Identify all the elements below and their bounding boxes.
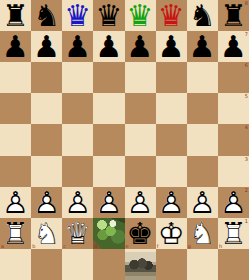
square-a2[interactable]: ♟: [0, 187, 31, 218]
square-e8[interactable]: ♛: [125, 0, 156, 31]
piece-white-queen: ♛: [62, 218, 93, 249]
piece-blue-queen: ♛: [62, 0, 93, 31]
square-c7[interactable]: ♟: [62, 31, 93, 62]
piece-black-pawn: ♟: [156, 31, 187, 62]
square-f2[interactable]: ♟: [156, 187, 187, 218]
rank-label-6: 6: [245, 63, 248, 68]
square-g7[interactable]: ♟: [187, 31, 218, 62]
square-g8[interactable]: ♞: [187, 0, 218, 31]
chess-board: ♜♞♛♛♛♛♞♜8♟♟♟♟♟♟♟♟76543♟♟♟♟♟♟♟♟2♜a♞b♛cd♚e…: [0, 0, 249, 280]
square-a5[interactable]: [0, 93, 31, 124]
square-e5[interactable]: [125, 93, 156, 124]
square-f1[interactable]: ♚f: [156, 218, 187, 249]
piece-black-pawn: ♟: [0, 31, 31, 62]
square-g1[interactable]: ♞g: [187, 218, 218, 249]
square-b3[interactable]: [31, 156, 62, 187]
piece-white-pawn: ♟: [31, 187, 62, 218]
square-d4[interactable]: [93, 124, 124, 155]
piece-black-pawn: ♟: [125, 31, 156, 62]
square-e7[interactable]: ♟: [125, 31, 156, 62]
square-h4[interactable]: 4: [218, 124, 249, 155]
file-label-f: f: [157, 244, 159, 249]
file-label-g: g: [188, 244, 191, 249]
rank-label-3: 3: [245, 157, 248, 162]
foliage-photo: [93, 218, 124, 249]
square-g2[interactable]: ♟: [187, 187, 218, 218]
piece-black-rook: ♜: [0, 0, 31, 31]
square-c1[interactable]: ♛c: [62, 218, 93, 249]
square-c6[interactable]: [62, 62, 93, 93]
square-d7[interactable]: ♟: [93, 31, 124, 62]
square-c2[interactable]: ♟: [62, 187, 93, 218]
square-e6[interactable]: [125, 62, 156, 93]
rank-label-7: 7: [245, 32, 248, 37]
piece-white-pawn: ♟: [93, 187, 124, 218]
piece-red-queen: ♛: [156, 0, 187, 31]
square-a7[interactable]: ♟: [0, 31, 31, 62]
below-board-d[interactable]: [93, 249, 124, 280]
square-b5[interactable]: [31, 93, 62, 124]
piece-black-king: ♚: [125, 218, 156, 249]
square-h1[interactable]: ♜h1: [218, 218, 249, 249]
below-board-e[interactable]: [125, 249, 156, 280]
square-b2[interactable]: ♟: [31, 187, 62, 218]
below-board-c[interactable]: [62, 249, 93, 280]
square-a3[interactable]: [0, 156, 31, 187]
piece-white-pawn: ♟: [187, 187, 218, 218]
square-c8[interactable]: ♛: [62, 0, 93, 31]
rank-label-2: 2: [245, 188, 248, 193]
square-g3[interactable]: [187, 156, 218, 187]
square-h6[interactable]: 6: [218, 62, 249, 93]
piece-white-knight: ♞: [187, 218, 218, 249]
square-g6[interactable]: [187, 62, 218, 93]
square-d1[interactable]: d: [93, 218, 124, 249]
landscape-photo: [125, 252, 156, 280]
square-g5[interactable]: [187, 93, 218, 124]
square-d8[interactable]: ♛: [93, 0, 124, 31]
piece-black-pawn: ♟: [31, 31, 62, 62]
below-board-b[interactable]: [31, 249, 62, 280]
square-c5[interactable]: [62, 93, 93, 124]
piece-white-pawn: ♟: [125, 187, 156, 218]
square-a8[interactable]: ♜: [0, 0, 31, 31]
square-c4[interactable]: [62, 124, 93, 155]
square-f3[interactable]: [156, 156, 187, 187]
square-a4[interactable]: [0, 124, 31, 155]
square-a1[interactable]: ♜a: [0, 218, 31, 249]
square-b4[interactable]: [31, 124, 62, 155]
square-e1[interactable]: ♚e: [125, 218, 156, 249]
file-label-b: b: [32, 244, 35, 249]
square-f7[interactable]: ♟: [156, 31, 187, 62]
square-d6[interactable]: [93, 62, 124, 93]
square-h5[interactable]: 5: [218, 93, 249, 124]
piece-white-king: ♚: [156, 218, 187, 249]
rank-label-4: 4: [245, 125, 248, 130]
file-label-h: h: [219, 244, 222, 249]
square-b1[interactable]: ♞b: [31, 218, 62, 249]
file-label-d: d: [94, 244, 97, 249]
piece-green-queen: ♛: [125, 0, 156, 31]
square-h7[interactable]: ♟7: [218, 31, 249, 62]
piece-white-rook: ♜: [0, 218, 31, 249]
piece-black-pawn: ♟: [62, 31, 93, 62]
rank-label-8: 8: [245, 1, 248, 6]
piece-black-queen: ♛: [93, 0, 124, 31]
square-f8[interactable]: ♛: [156, 0, 187, 31]
piece-black-pawn: ♟: [93, 31, 124, 62]
square-a6[interactable]: [0, 62, 31, 93]
square-e3[interactable]: [125, 156, 156, 187]
piece-white-pawn: ♟: [156, 187, 187, 218]
rank-label-5: 5: [245, 94, 248, 99]
file-label-c: c: [63, 244, 66, 249]
square-d3[interactable]: [93, 156, 124, 187]
square-e4[interactable]: [125, 124, 156, 155]
square-g4[interactable]: [187, 124, 218, 155]
square-b8[interactable]: ♞: [31, 0, 62, 31]
square-d5[interactable]: [93, 93, 124, 124]
piece-black-knight: ♞: [31, 0, 62, 31]
piece-black-knight: ♞: [187, 0, 218, 31]
square-f4[interactable]: [156, 124, 187, 155]
square-h8[interactable]: ♜8: [218, 0, 249, 31]
square-d2[interactable]: ♟: [93, 187, 124, 218]
square-e2[interactable]: ♟: [125, 187, 156, 218]
square-c3[interactable]: [62, 156, 93, 187]
below-board-f[interactable]: [156, 249, 187, 280]
piece-white-pawn: ♟: [0, 187, 31, 218]
file-label-a: a: [1, 244, 4, 249]
square-h3[interactable]: 3: [218, 156, 249, 187]
below-board-g[interactable]: [187, 249, 218, 280]
below-board-a[interactable]: [0, 249, 31, 280]
piece-white-pawn: ♟: [62, 187, 93, 218]
square-b7[interactable]: ♟: [31, 31, 62, 62]
square-h2[interactable]: ♟2: [218, 187, 249, 218]
rank-label-1: 1: [245, 219, 248, 224]
chess-app: ♜♞♛♛♛♛♞♜8♟♟♟♟♟♟♟♟76543♟♟♟♟♟♟♟♟2♜a♞b♛cd♚e…: [0, 0, 249, 280]
square-f6[interactable]: [156, 62, 187, 93]
square-b6[interactable]: [31, 62, 62, 93]
piece-black-pawn: ♟: [187, 31, 218, 62]
below-board-h[interactable]: [218, 249, 249, 280]
piece-white-knight: ♞: [31, 218, 62, 249]
file-label-e: e: [126, 244, 129, 249]
square-f5[interactable]: [156, 93, 187, 124]
